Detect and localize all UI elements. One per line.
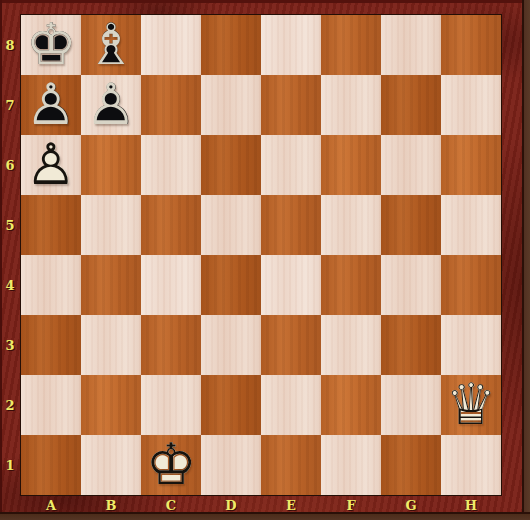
square-e4[interactable] [261,255,321,315]
square-a2[interactable] [21,375,81,435]
frame-bevel-left [0,0,2,520]
rank-label-3: 3 [0,315,20,375]
square-e8[interactable] [261,15,321,75]
square-a4[interactable] [21,255,81,315]
rank-label-5: 5 [0,195,20,255]
black-pawn-outline: ♙ [81,75,141,135]
square-h1[interactable] [441,435,501,495]
square-f4[interactable] [321,255,381,315]
white-king-outline: ♔ [141,435,201,495]
square-g7[interactable] [381,75,441,135]
square-h5[interactable] [441,195,501,255]
square-e2[interactable] [261,375,321,435]
square-d1[interactable] [201,435,261,495]
square-c8[interactable] [141,15,201,75]
frame-bevel-bottom [0,512,530,520]
square-b3[interactable] [81,315,141,375]
square-f2[interactable] [321,375,381,435]
chess-board-frame: 87654321 ABCDEFGH ♚♔♝♗♟♙♟♙♟♙♛♕♚♔ [0,0,530,520]
square-a5[interactable] [21,195,81,255]
square-c6[interactable] [141,135,201,195]
square-h3[interactable] [441,315,501,375]
rank-label-8: 8 [0,15,20,75]
square-c3[interactable] [141,315,201,375]
square-c2[interactable] [141,375,201,435]
square-g5[interactable] [381,195,441,255]
rank-label-2: 2 [0,375,20,435]
frame-bevel-top [0,0,530,3]
white-queen-outline: ♕ [441,375,501,435]
square-g2[interactable] [381,375,441,435]
piece-white-pawn-a6[interactable]: ♟♙ [21,135,81,195]
black-pawn-outline: ♙ [21,75,81,135]
square-b1[interactable] [81,435,141,495]
square-d6[interactable] [201,135,261,195]
square-b4[interactable] [81,255,141,315]
square-f8[interactable] [321,15,381,75]
square-b6[interactable] [81,135,141,195]
square-d4[interactable] [201,255,261,315]
square-b2[interactable] [81,375,141,435]
piece-white-king-c1[interactable]: ♚♔ [141,435,201,495]
square-d8[interactable] [201,15,261,75]
white-pawn-outline: ♙ [21,135,81,195]
square-g3[interactable] [381,315,441,375]
square-f6[interactable] [321,135,381,195]
square-a3[interactable] [21,315,81,375]
square-h7[interactable] [441,75,501,135]
square-g6[interactable] [381,135,441,195]
square-h6[interactable] [441,135,501,195]
square-d7[interactable] [201,75,261,135]
square-f5[interactable] [321,195,381,255]
frame-bevel-right [522,0,530,520]
square-d3[interactable] [201,315,261,375]
black-king-outline: ♔ [21,15,81,75]
square-f1[interactable] [321,435,381,495]
square-b5[interactable] [81,195,141,255]
square-f3[interactable] [321,315,381,375]
square-g8[interactable] [381,15,441,75]
square-c7[interactable] [141,75,201,135]
square-f7[interactable] [321,75,381,135]
rank-label-1: 1 [0,435,20,495]
square-h4[interactable] [441,255,501,315]
square-h8[interactable] [441,15,501,75]
square-e5[interactable] [261,195,321,255]
piece-black-pawn-a7[interactable]: ♟♙ [21,75,81,135]
rank-label-7: 7 [0,75,20,135]
square-c5[interactable] [141,195,201,255]
black-bishop-outline: ♗ [81,15,141,75]
piece-black-king-a8[interactable]: ♚♔ [21,15,81,75]
piece-black-bishop-b8[interactable]: ♝♗ [81,15,141,75]
square-e3[interactable] [261,315,321,375]
piece-white-queen-h2[interactable]: ♛♕ [441,375,501,435]
square-a1[interactable] [21,435,81,495]
square-g4[interactable] [381,255,441,315]
rank-label-4: 4 [0,255,20,315]
square-e1[interactable] [261,435,321,495]
square-d5[interactable] [201,195,261,255]
square-e6[interactable] [261,135,321,195]
square-c4[interactable] [141,255,201,315]
rank-label-6: 6 [0,135,20,195]
piece-black-pawn-b7[interactable]: ♟♙ [81,75,141,135]
square-g1[interactable] [381,435,441,495]
square-e7[interactable] [261,75,321,135]
square-d2[interactable] [201,375,261,435]
